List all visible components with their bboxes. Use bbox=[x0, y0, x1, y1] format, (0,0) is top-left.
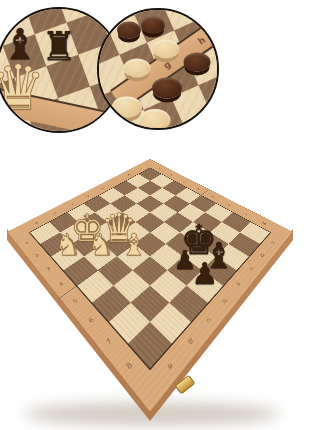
file-letter-label: g bbox=[256, 248, 270, 263]
rank-number-label: 5 bbox=[61, 290, 89, 313]
file-letter-label: b bbox=[179, 328, 202, 354]
checker-disc-dark bbox=[184, 53, 211, 72]
rank-number-label: 4 bbox=[191, 184, 206, 193]
file-letter-label: c bbox=[199, 309, 219, 332]
rank-number-label: 1 bbox=[153, 165, 167, 173]
rank-number-label: 3 bbox=[35, 260, 61, 278]
checker-disc-dark bbox=[117, 22, 141, 39]
checker-disc-light bbox=[153, 40, 179, 59]
file-letter-label: e bbox=[230, 275, 247, 293]
rank-number-label: 8 bbox=[256, 217, 271, 230]
border-letter-h: h bbox=[196, 35, 207, 47]
piece-white-knight-b4: ♞ bbox=[88, 230, 115, 260]
border-letter-g: g bbox=[162, 59, 173, 71]
file-letter-label: f bbox=[244, 261, 258, 277]
file-letter-label: a bbox=[158, 351, 183, 381]
rank-number-label: 8 bbox=[114, 349, 145, 382]
inset-checkers-closeup: g h bbox=[97, 8, 219, 130]
rank-number-label: 7 bbox=[94, 327, 124, 356]
checker-disc-light bbox=[124, 59, 151, 78]
rank-number-label: 1 bbox=[15, 235, 39, 250]
checker-disc-dark bbox=[141, 17, 165, 34]
rank-number-label: 7 bbox=[238, 208, 253, 220]
chessboard: 12345678 12345678 hgfedcba hgfedcba bbox=[7, 159, 293, 413]
file-letter-label: h bbox=[266, 236, 279, 250]
inset-black-rook: ♜ bbox=[41, 26, 77, 66]
rank-number-label: 3 bbox=[177, 177, 191, 186]
rank-number-label: 6 bbox=[77, 307, 106, 333]
rank-number-label: 2 bbox=[24, 247, 49, 264]
rank-number-label: 2 bbox=[165, 171, 179, 179]
rank-number-label: 5 bbox=[205, 191, 220, 201]
checker-disc-light bbox=[140, 109, 171, 130]
checker-disc-dark bbox=[152, 78, 182, 99]
rank-number-label: 6 bbox=[221, 199, 236, 210]
checker-disc-light bbox=[112, 97, 142, 118]
piece-white-bishop-c5: ♝ bbox=[121, 230, 148, 260]
rank-number-label: 4 bbox=[48, 274, 75, 295]
file-letter-label: d bbox=[215, 291, 233, 312]
inset-white-queen: ♛ bbox=[0, 57, 46, 119]
piece-black-pawn-d8: ♟ bbox=[192, 259, 219, 289]
piece-white-knight-a3: ♞ bbox=[55, 230, 82, 260]
